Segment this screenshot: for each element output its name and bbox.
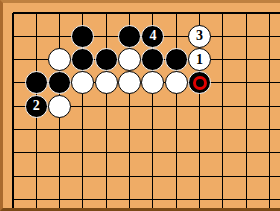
intersection-c1-r7[interactable]: [1, 141, 24, 164]
intersection-c12-r8[interactable]: [258, 165, 280, 188]
intersection-c11-r1[interactable]: [235, 1, 258, 24]
intersection-c11-r9[interactable]: [235, 188, 258, 211]
intersection-c8-r6[interactable]: [165, 118, 188, 141]
white-stone: [165, 71, 188, 94]
intersection-c4-r3: [71, 48, 94, 71]
intersection-c6-r5[interactable]: [118, 95, 141, 118]
intersection-c10-r2[interactable]: [211, 25, 234, 48]
intersection-c10-r5[interactable]: [211, 95, 234, 118]
intersection-c2-r6[interactable]: [25, 118, 48, 141]
intersection-c2-r7[interactable]: [25, 141, 48, 164]
intersection-c2-r4: [25, 71, 48, 94]
white-stone: [118, 71, 141, 94]
intersection-c1-r4[interactable]: [1, 71, 24, 94]
intersection-c6-r9[interactable]: [118, 188, 141, 211]
intersection-c12-r5[interactable]: [258, 95, 280, 118]
intersection-c2-r3[interactable]: [25, 48, 48, 71]
intersection-c5-r5[interactable]: [95, 95, 118, 118]
intersection-c10-r4[interactable]: [211, 71, 234, 94]
intersection-c3-r7[interactable]: [48, 141, 71, 164]
black-stone: [95, 48, 118, 71]
black-stone-marked: [188, 71, 211, 94]
intersection-c11-r4[interactable]: [235, 71, 258, 94]
white-stone: [71, 71, 94, 94]
intersection-c11-r3[interactable]: [235, 48, 258, 71]
intersection-c8-r5[interactable]: [165, 95, 188, 118]
intersection-c3-r8[interactable]: [48, 165, 71, 188]
intersection-c3-r2[interactable]: [48, 25, 71, 48]
intersection-c5-r4: [95, 71, 118, 94]
intersection-c3-r4: [48, 71, 71, 94]
intersection-c1-r9[interactable]: [1, 188, 24, 211]
intersection-c4-r8[interactable]: [71, 165, 94, 188]
intersection-c1-r6[interactable]: [1, 118, 24, 141]
black-stone: [71, 25, 94, 48]
intersection-c6-r2: [118, 25, 141, 48]
intersection-c12-r2[interactable]: [258, 25, 280, 48]
intersection-c1-r5[interactable]: [1, 95, 24, 118]
intersection-c4-r5[interactable]: [71, 95, 94, 118]
intersection-c11-r8[interactable]: [235, 165, 258, 188]
intersection-c9-r3: 1: [188, 48, 211, 71]
intersection-c5-r7[interactable]: [95, 141, 118, 164]
intersection-c7-r6[interactable]: [141, 118, 164, 141]
intersection-c10-r1[interactable]: [211, 1, 234, 24]
intersection-c12-r7[interactable]: [258, 141, 280, 164]
board-grid: 4312: [1, 1, 280, 211]
intersection-c1-r8[interactable]: [1, 165, 24, 188]
intersection-c3-r6[interactable]: [48, 118, 71, 141]
intersection-c1-r2[interactable]: [1, 25, 24, 48]
intersection-c2-r9[interactable]: [25, 188, 48, 211]
intersection-c11-r7[interactable]: [235, 141, 258, 164]
intersection-c8-r1[interactable]: [165, 1, 188, 24]
intersection-c4-r9[interactable]: [71, 188, 94, 211]
intersection-c8-r9[interactable]: [165, 188, 188, 211]
intersection-c6-r8[interactable]: [118, 165, 141, 188]
intersection-c4-r4: [71, 71, 94, 94]
black-stone: [165, 48, 188, 71]
intersection-c6-r6[interactable]: [118, 118, 141, 141]
intersection-c9-r5[interactable]: [188, 95, 211, 118]
intersection-c9-r6[interactable]: [188, 118, 211, 141]
intersection-c9-r2: 3: [188, 25, 211, 48]
intersection-c10-r7[interactable]: [211, 141, 234, 164]
intersection-c2-r1[interactable]: [25, 1, 48, 24]
intersection-c10-r8[interactable]: [211, 165, 234, 188]
intersection-c5-r8[interactable]: [95, 165, 118, 188]
intersection-c6-r1[interactable]: [118, 1, 141, 24]
intersection-c7-r3: [141, 48, 164, 71]
white-stone: [95, 71, 118, 94]
intersection-c12-r1[interactable]: [258, 1, 280, 24]
intersection-c3-r3: [48, 48, 71, 71]
intersection-c8-r2[interactable]: [165, 25, 188, 48]
intersection-c7-r9[interactable]: [141, 188, 164, 211]
intersection-c2-r5: 2: [25, 95, 48, 118]
white-stone-move-3: 3: [188, 25, 211, 48]
intersection-c4-r1[interactable]: [71, 1, 94, 24]
intersection-c11-r2[interactable]: [235, 25, 258, 48]
intersection-c3-r9[interactable]: [48, 188, 71, 211]
intersection-c8-r4: [165, 71, 188, 94]
intersection-c2-r2[interactable]: [25, 25, 48, 48]
black-stone: [71, 48, 94, 71]
intersection-c11-r5[interactable]: [235, 95, 258, 118]
intersection-c7-r5[interactable]: [141, 95, 164, 118]
intersection-c7-r4: [141, 71, 164, 94]
white-stone: [48, 48, 71, 71]
black-stone: [48, 71, 71, 94]
intersection-c12-r6[interactable]: [258, 118, 280, 141]
intersection-c10-r6[interactable]: [211, 118, 234, 141]
intersection-c9-r9[interactable]: [188, 188, 211, 211]
intersection-c12-r4[interactable]: [258, 71, 280, 94]
white-stone-move-1: 1: [188, 48, 211, 71]
intersection-c10-r9[interactable]: [211, 188, 234, 211]
intersection-c1-r1[interactable]: [1, 1, 24, 24]
intersection-c1-r3[interactable]: [1, 48, 24, 71]
black-stone: [118, 25, 141, 48]
intersection-c7-r7[interactable]: [141, 141, 164, 164]
black-stone-move-2: 2: [25, 95, 48, 118]
intersection-c8-r7[interactable]: [165, 141, 188, 164]
intersection-c7-r1[interactable]: [141, 1, 164, 24]
intersection-c9-r8[interactable]: [188, 165, 211, 188]
intersection-c5-r9[interactable]: [95, 188, 118, 211]
intersection-c6-r3: [118, 48, 141, 71]
intersection-c11-r6[interactable]: [235, 118, 258, 141]
intersection-c5-r3: [95, 48, 118, 71]
intersection-c3-r1[interactable]: [48, 1, 71, 24]
intersection-c4-r2: [71, 25, 94, 48]
intersection-c4-r6[interactable]: [71, 118, 94, 141]
intersection-c9-r7[interactable]: [188, 141, 211, 164]
intersection-c3-r5: [48, 95, 71, 118]
intersection-c9-r1[interactable]: [188, 1, 211, 24]
intersection-c12-r3[interactable]: [258, 48, 280, 71]
intersection-c5-r6[interactable]: [95, 118, 118, 141]
intersection-c6-r4: [118, 71, 141, 94]
go-board-diagram: 4312: [0, 0, 280, 211]
intersection-c2-r8[interactable]: [25, 165, 48, 188]
intersection-c5-r2[interactable]: [95, 25, 118, 48]
intersection-c7-r2: 4: [141, 25, 164, 48]
intersection-c10-r3[interactable]: [211, 48, 234, 71]
white-stone: [48, 95, 71, 118]
black-stone: [25, 71, 48, 94]
black-stone: [141, 48, 164, 71]
white-stone: [141, 71, 164, 94]
intersection-c8-r8[interactable]: [165, 165, 188, 188]
intersection-c12-r9[interactable]: [258, 188, 280, 211]
black-stone-move-4: 4: [141, 25, 164, 48]
intersection-c9-r4: [188, 71, 211, 94]
white-stone: [118, 48, 141, 71]
intersection-c4-r7[interactable]: [71, 141, 94, 164]
intersection-c6-r7[interactable]: [118, 141, 141, 164]
intersection-c7-r8[interactable]: [141, 165, 164, 188]
intersection-c8-r3: [165, 48, 188, 71]
intersection-c5-r1[interactable]: [95, 1, 118, 24]
